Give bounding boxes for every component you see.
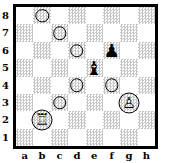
square-d2[interactable]	[68, 111, 85, 128]
attack-circle-f4	[105, 79, 119, 93]
square-b7[interactable]	[33, 24, 50, 41]
white-pawn-g3[interactable]: ♙	[122, 95, 135, 110]
square-g2[interactable]	[120, 111, 137, 128]
square-c2[interactable]	[51, 111, 68, 128]
square-h8[interactable]	[138, 7, 155, 24]
square-d5[interactable]	[68, 59, 85, 76]
rank-label-7: 7	[0, 24, 11, 41]
square-a3[interactable]	[16, 94, 33, 111]
square-g5[interactable]	[120, 59, 137, 76]
square-c4[interactable]	[51, 77, 68, 94]
square-d8[interactable]	[68, 7, 85, 24]
square-h7[interactable]	[138, 24, 155, 41]
square-g6[interactable]	[120, 42, 137, 59]
square-a8[interactable]	[16, 7, 33, 24]
square-c6[interactable]	[51, 42, 68, 59]
square-c5[interactable]	[51, 59, 68, 76]
file-label-a: a	[16, 150, 33, 161]
rank-label-4: 4	[0, 77, 11, 94]
chess-board: ♟♝♙♖	[13, 4, 158, 149]
square-a4[interactable]	[16, 77, 33, 94]
square-e8[interactable]	[86, 7, 103, 24]
file-label-h: h	[138, 150, 155, 161]
rank-label-2: 2	[0, 111, 11, 128]
attack-circle-c3	[53, 96, 67, 110]
square-b6[interactable]	[33, 42, 50, 59]
square-c8[interactable]	[51, 7, 68, 24]
square-g7[interactable]	[120, 24, 137, 41]
square-e2[interactable]	[86, 111, 103, 128]
square-e7[interactable]	[86, 24, 103, 41]
square-h5[interactable]	[138, 59, 155, 76]
file-label-g: g	[120, 150, 137, 161]
file-label-f: f	[103, 150, 120, 161]
file-label-e: e	[86, 150, 103, 161]
rank-label-8: 8	[0, 7, 11, 24]
file-label-d: d	[68, 150, 85, 161]
square-f1[interactable]	[103, 129, 120, 146]
square-a7[interactable]	[16, 24, 33, 41]
rank-label-1: 1	[0, 129, 11, 146]
square-h2[interactable]	[138, 111, 155, 128]
rank-label-6: 6	[0, 42, 11, 59]
black-bishop-e5[interactable]: ♝	[86, 58, 103, 77]
chess-diagram-page: ♟♝♙♖ 87654321abcdefgh	[0, 0, 176, 163]
rank-label-5: 5	[0, 59, 11, 76]
square-c1[interactable]	[51, 129, 68, 146]
square-g8[interactable]	[120, 7, 137, 24]
attack-circle-d6	[70, 44, 84, 58]
white-rook-b2[interactable]: ♖	[35, 112, 49, 128]
square-e4[interactable]	[86, 77, 103, 94]
square-d1[interactable]	[68, 129, 85, 146]
square-d3[interactable]	[68, 94, 85, 111]
square-e3[interactable]	[86, 94, 103, 111]
square-f5[interactable]	[103, 59, 120, 76]
square-a6[interactable]	[16, 42, 33, 59]
file-label-c: c	[51, 150, 68, 161]
square-d7[interactable]	[68, 24, 85, 41]
square-f8[interactable]	[103, 7, 120, 24]
square-f2[interactable]	[103, 111, 120, 128]
attack-circle-b8	[35, 9, 49, 23]
square-b5[interactable]	[33, 59, 50, 76]
square-b4[interactable]	[33, 77, 50, 94]
attack-circle-d4	[70, 79, 84, 93]
square-h4[interactable]	[138, 77, 155, 94]
square-e1[interactable]	[86, 129, 103, 146]
square-b1[interactable]	[33, 129, 50, 146]
square-g1[interactable]	[120, 129, 137, 146]
attack-circle-c7	[53, 26, 67, 40]
square-h3[interactable]	[138, 94, 155, 111]
square-h1[interactable]	[138, 129, 155, 146]
file-label-b: b	[33, 150, 50, 161]
square-h6[interactable]	[138, 42, 155, 59]
square-a5[interactable]	[16, 59, 33, 76]
square-a1[interactable]	[16, 129, 33, 146]
black-pawn-f6[interactable]: ♟	[104, 42, 120, 60]
rank-label-3: 3	[0, 94, 11, 111]
